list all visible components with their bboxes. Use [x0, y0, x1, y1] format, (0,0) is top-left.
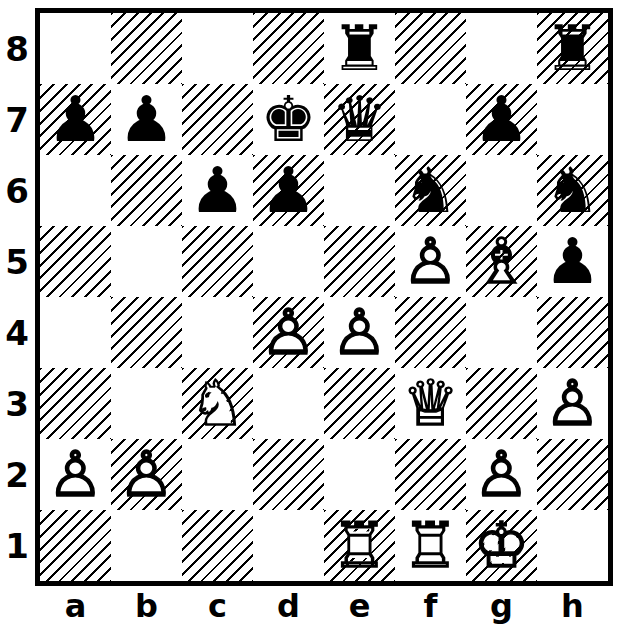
piece-black-pawn: ♟ [40, 84, 111, 155]
file-label-b: b [111, 588, 182, 624]
file-label-c: c [182, 588, 253, 624]
square-a2[interactable]: ♟♙ [40, 439, 111, 510]
square-e4[interactable]: ♟♙ [324, 297, 395, 368]
rank-labels: 8 7 6 5 4 3 2 1 [0, 13, 34, 581]
piece-white-knight-fill: ♞ [182, 368, 253, 439]
square-f4[interactable] [395, 297, 466, 368]
square-g6[interactable] [466, 155, 537, 226]
square-g5[interactable]: ♝♗ [466, 226, 537, 297]
piece-black-knight: ♞ [395, 155, 466, 226]
piece-black-pawn: ♟ [182, 155, 253, 226]
piece-white-queen-fill: ♛ [395, 368, 466, 439]
square-g7[interactable]: ♟ [466, 84, 537, 155]
piece-black-pawn: ♟ [253, 155, 324, 226]
piece-black-rook: ♜ [324, 13, 395, 84]
rank-label-2: 2 [0, 439, 34, 510]
rank-label-4: 4 [0, 297, 34, 368]
piece-white-pawn: ♙ [253, 297, 324, 368]
piece-black-rook: ♜ [537, 13, 608, 84]
square-h8[interactable]: ♜ [537, 13, 608, 84]
file-label-e: e [324, 588, 395, 624]
piece-white-rook-fill: ♜ [395, 510, 466, 581]
piece-black-pawn: ♟ [466, 84, 537, 155]
piece-white-pawn-fill: ♟ [111, 439, 182, 510]
square-a7[interactable]: ♟ [40, 84, 111, 155]
piece-white-rook: ♖ [395, 510, 466, 581]
square-e8[interactable]: ♜ [324, 13, 395, 84]
piece-white-bishop-fill: ♝ [466, 226, 537, 297]
square-f1[interactable]: ♜♖ [395, 510, 466, 581]
piece-white-pawn: ♙ [395, 226, 466, 297]
file-label-g: g [466, 588, 537, 624]
square-b6[interactable] [111, 155, 182, 226]
piece-white-king: ♔ [466, 510, 537, 581]
rank-label-3: 3 [0, 368, 34, 439]
piece-black-queen: ♛ [324, 84, 395, 155]
square-c7[interactable] [182, 84, 253, 155]
file-label-h: h [537, 588, 608, 624]
square-f8[interactable] [395, 13, 466, 84]
square-d8[interactable] [253, 13, 324, 84]
square-d7[interactable]: ♚ [253, 84, 324, 155]
square-c6[interactable]: ♟ [182, 155, 253, 226]
square-b8[interactable] [111, 13, 182, 84]
square-f2[interactable] [395, 439, 466, 510]
square-h6[interactable]: ♞ [537, 155, 608, 226]
piece-white-rook-fill: ♜ [324, 510, 395, 581]
square-e7[interactable]: ♛ [324, 84, 395, 155]
square-b7[interactable]: ♟ [111, 84, 182, 155]
square-a3[interactable] [40, 368, 111, 439]
file-label-a: a [40, 588, 111, 624]
square-b5[interactable] [111, 226, 182, 297]
piece-white-pawn: ♙ [111, 439, 182, 510]
square-b4[interactable] [111, 297, 182, 368]
piece-black-king: ♚ [253, 84, 324, 155]
piece-white-pawn-fill: ♟ [466, 439, 537, 510]
square-e2[interactable] [324, 439, 395, 510]
square-g2[interactable]: ♟♙ [466, 439, 537, 510]
piece-white-pawn: ♙ [466, 439, 537, 510]
rank-label-1: 1 [0, 510, 34, 581]
square-d5[interactable] [253, 226, 324, 297]
square-d3[interactable] [253, 368, 324, 439]
piece-black-pawn: ♟ [537, 226, 608, 297]
piece-white-pawn: ♙ [537, 368, 608, 439]
square-g8[interactable] [466, 13, 537, 84]
piece-white-pawn-fill: ♟ [324, 297, 395, 368]
square-e3[interactable] [324, 368, 395, 439]
square-c8[interactable] [182, 13, 253, 84]
square-b2[interactable]: ♟♙ [111, 439, 182, 510]
square-d1[interactable] [253, 510, 324, 581]
square-a5[interactable] [40, 226, 111, 297]
chess-board: ♜♜♟♟♚♛♟♟♟♞♞♟♙♝♗♟♟♙♟♙♞♘♛♕♟♙♟♙♟♙♟♙♜♖♜♖♚♔ [35, 8, 613, 586]
piece-white-pawn-fill: ♟ [40, 439, 111, 510]
square-c2[interactable] [182, 439, 253, 510]
piece-white-pawn-fill: ♟ [253, 297, 324, 368]
square-b3[interactable] [111, 368, 182, 439]
square-d4[interactable]: ♟♙ [253, 297, 324, 368]
piece-white-queen: ♕ [395, 368, 466, 439]
square-h2[interactable] [537, 439, 608, 510]
square-e1[interactable]: ♜♖ [324, 510, 395, 581]
square-d2[interactable] [253, 439, 324, 510]
square-f7[interactable] [395, 84, 466, 155]
square-h1[interactable] [537, 510, 608, 581]
piece-white-bishop: ♗ [466, 226, 537, 297]
piece-white-rook: ♖ [324, 510, 395, 581]
square-a4[interactable] [40, 297, 111, 368]
square-h3[interactable]: ♟♙ [537, 368, 608, 439]
piece-black-knight: ♞ [537, 155, 608, 226]
rank-label-8: 8 [0, 13, 34, 84]
file-label-f: f [395, 588, 466, 624]
rank-label-5: 5 [0, 226, 34, 297]
piece-white-knight: ♘ [182, 368, 253, 439]
rank-label-6: 6 [0, 155, 34, 226]
square-e6[interactable] [324, 155, 395, 226]
piece-white-pawn: ♙ [324, 297, 395, 368]
square-c1[interactable] [182, 510, 253, 581]
square-f3[interactable]: ♛♕ [395, 368, 466, 439]
square-h5[interactable]: ♟ [537, 226, 608, 297]
square-g3[interactable] [466, 368, 537, 439]
square-a8[interactable] [40, 13, 111, 84]
piece-white-pawn-fill: ♟ [537, 368, 608, 439]
square-a6[interactable] [40, 155, 111, 226]
chess-diagram: 8 7 6 5 4 3 2 1 ♜♜♟♟♚♛♟♟♟♞♞♟♙♝♗♟♟♙♟♙♞♘♛♕… [0, 0, 624, 624]
rank-label-7: 7 [0, 84, 34, 155]
square-d6[interactable]: ♟ [253, 155, 324, 226]
piece-white-king-fill: ♚ [466, 510, 537, 581]
piece-white-pawn-fill: ♟ [395, 226, 466, 297]
square-h7[interactable] [537, 84, 608, 155]
square-c5[interactable] [182, 226, 253, 297]
file-labels: a b c d e f g h [40, 588, 608, 624]
square-h4[interactable] [537, 297, 608, 368]
square-c4[interactable] [182, 297, 253, 368]
square-b1[interactable] [111, 510, 182, 581]
square-e5[interactable] [324, 226, 395, 297]
piece-black-pawn: ♟ [111, 84, 182, 155]
square-f6[interactable]: ♞ [395, 155, 466, 226]
square-g1[interactable]: ♚♔ [466, 510, 537, 581]
square-c3[interactable]: ♞♘ [182, 368, 253, 439]
square-f5[interactable]: ♟♙ [395, 226, 466, 297]
square-g4[interactable] [466, 297, 537, 368]
file-label-d: d [253, 588, 324, 624]
square-a1[interactable] [40, 510, 111, 581]
piece-white-pawn: ♙ [40, 439, 111, 510]
